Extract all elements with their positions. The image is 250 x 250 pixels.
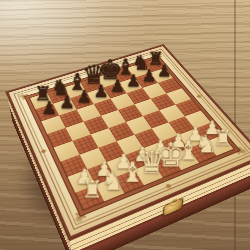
brass-clasp[interactable] [163, 197, 184, 216]
piece-white-rook-a1[interactable]: ♜ [72, 179, 113, 203]
edge-ornament-icon: ◆ [162, 181, 174, 191]
chess-box: ⚜ ⚜ ⚜ ⚜ ◆ ◆ ◆ ◆ ♜♞♝♛♚♝♞♜♟♟♟♟♟♟♟♟♟♟♟♟♟♟♟♟… [6, 45, 250, 239]
corner-flourish-icon: ⚜ [62, 202, 97, 232]
edge-ornament-icon: ◆ [38, 147, 49, 156]
photo-scene: ⚜ ⚜ ⚜ ⚜ ◆ ◆ ◆ ◆ ♜♞♝♛♚♝♞♜♟♟♟♟♟♟♟♟♟♟♟♟♟♟♟♟… [0, 0, 250, 250]
chess-box-scene: ⚜ ⚜ ⚜ ⚜ ◆ ◆ ◆ ◆ ♜♞♝♛♚♝♞♜♟♟♟♟♟♟♟♟♟♟♟♟♟♟♟♟… [0, 0, 250, 250]
